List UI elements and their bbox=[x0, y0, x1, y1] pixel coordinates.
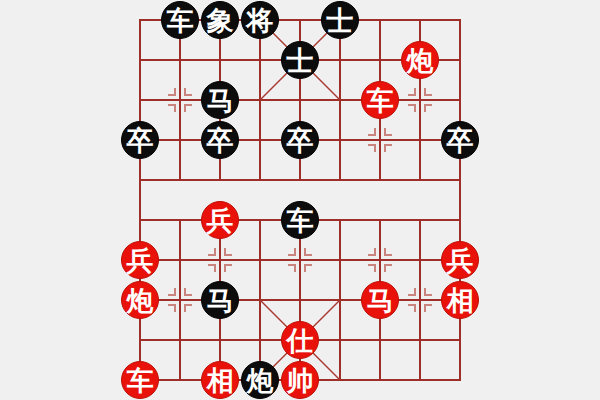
red-cannon[interactable]: 炮 bbox=[121, 281, 159, 319]
black-general[interactable]: 将 bbox=[241, 1, 279, 39]
black-cannon[interactable]: 炮 bbox=[241, 361, 279, 399]
black-advisor[interactable]: 士 bbox=[321, 1, 359, 39]
red-elephant[interactable]: 相 bbox=[441, 281, 479, 319]
black-chariot[interactable]: 车 bbox=[281, 201, 319, 239]
red-elephant[interactable]: 相 bbox=[201, 361, 239, 399]
black-soldier[interactable]: 卒 bbox=[201, 121, 239, 159]
red-soldier[interactable]: 兵 bbox=[201, 201, 239, 239]
black-soldier[interactable]: 卒 bbox=[121, 121, 159, 159]
red-soldier[interactable]: 兵 bbox=[441, 241, 479, 279]
red-general[interactable]: 帅 bbox=[281, 361, 319, 399]
point-marker bbox=[400, 280, 440, 320]
point-marker bbox=[280, 240, 320, 280]
point-marker bbox=[160, 80, 200, 120]
point-marker bbox=[160, 280, 200, 320]
black-elephant[interactable]: 象 bbox=[201, 1, 239, 39]
black-horse[interactable]: 马 bbox=[201, 281, 239, 319]
red-horse[interactable]: 马 bbox=[361, 281, 399, 319]
red-chariot[interactable]: 车 bbox=[121, 361, 159, 399]
black-advisor[interactable]: 士 bbox=[281, 41, 319, 79]
red-cannon[interactable]: 炮 bbox=[401, 41, 439, 79]
point-marker bbox=[400, 80, 440, 120]
xiangqi-board[interactable]: 车象将士士炮马车卒卒卒卒兵车兵兵炮马马相仕车相炮帅 bbox=[120, 0, 480, 400]
point-marker bbox=[200, 240, 240, 280]
black-soldier[interactable]: 卒 bbox=[281, 121, 319, 159]
point-marker bbox=[360, 120, 400, 160]
point-marker bbox=[360, 240, 400, 280]
red-chariot[interactable]: 车 bbox=[361, 81, 399, 119]
red-soldier[interactable]: 兵 bbox=[121, 241, 159, 279]
xiangqi-app-screen: 车象将士士炮马车卒卒卒卒兵车兵兵炮马马相仕车相炮帅 bbox=[0, 0, 600, 400]
black-soldier[interactable]: 卒 bbox=[441, 121, 479, 159]
black-chariot[interactable]: 车 bbox=[161, 1, 199, 39]
red-advisor[interactable]: 仕 bbox=[281, 321, 319, 359]
black-horse[interactable]: 马 bbox=[201, 81, 239, 119]
